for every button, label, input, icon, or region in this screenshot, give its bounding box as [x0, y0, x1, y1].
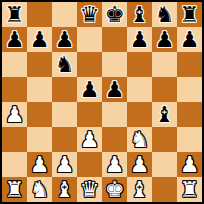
square-b8[interactable] [27, 2, 52, 27]
square-a1[interactable]: ♜ [2, 177, 27, 202]
square-f6[interactable] [127, 52, 152, 77]
square-a8[interactable]: ♜ [2, 2, 27, 27]
square-g3[interactable] [152, 127, 177, 152]
black-pawn: ♟ [130, 27, 150, 52]
square-f3[interactable]: ♞ [127, 127, 152, 152]
white-pawn: ♟ [105, 152, 125, 177]
square-g4[interactable]: ♝ [152, 102, 177, 127]
white-bishop: ♝ [55, 177, 75, 202]
white-pawn: ♟ [80, 127, 100, 152]
square-f5[interactable] [127, 77, 152, 102]
square-h1[interactable]: ♜ [177, 177, 202, 202]
square-f7[interactable]: ♟ [127, 27, 152, 52]
square-b7[interactable]: ♟ [27, 27, 52, 52]
white-rook: ♜ [180, 177, 200, 202]
square-e3[interactable] [102, 127, 127, 152]
square-e8[interactable]: ♚ [102, 2, 127, 27]
square-d3[interactable]: ♟ [77, 127, 102, 152]
white-knight: ♞ [130, 127, 150, 152]
square-g7[interactable]: ♟ [152, 27, 177, 52]
white-king: ♚ [105, 177, 125, 202]
white-pawn: ♟ [30, 152, 50, 177]
square-d4[interactable] [77, 102, 102, 127]
square-h6[interactable] [177, 52, 202, 77]
black-rook: ♜ [5, 2, 25, 27]
square-c5[interactable] [52, 77, 77, 102]
white-pawn: ♟ [5, 102, 25, 127]
square-h3[interactable] [177, 127, 202, 152]
white-rook: ♜ [5, 177, 25, 202]
black-pawn: ♟ [105, 77, 125, 102]
white-pawn: ♟ [130, 152, 150, 177]
square-b5[interactable] [27, 77, 52, 102]
square-c6[interactable]: ♞ [52, 52, 77, 77]
chess-board-frame: ♜♛♚♝♞♜♟♟♟♟♟♟♞♟♟♟♝♟♞♟♟♟♟♟♜♞♝♛♚♝♜ [0, 0, 204, 204]
square-d5[interactable]: ♟ [77, 77, 102, 102]
white-pawn: ♟ [180, 152, 200, 177]
square-a6[interactable] [2, 52, 27, 77]
white-pawn: ♟ [55, 152, 75, 177]
black-queen: ♛ [80, 2, 100, 27]
square-e7[interactable] [102, 27, 127, 52]
square-g2[interactable] [152, 152, 177, 177]
square-d2[interactable] [77, 152, 102, 177]
square-e6[interactable] [102, 52, 127, 77]
square-a2[interactable] [2, 152, 27, 177]
square-b4[interactable] [27, 102, 52, 127]
square-g1[interactable] [152, 177, 177, 202]
black-rook: ♜ [180, 2, 200, 27]
chess-board: ♜♛♚♝♞♜♟♟♟♟♟♟♞♟♟♟♝♟♞♟♟♟♟♟♜♞♝♛♚♝♜ [0, 0, 204, 204]
black-pawn: ♟ [5, 27, 25, 52]
square-c3[interactable] [52, 127, 77, 152]
black-pawn: ♟ [55, 27, 75, 52]
white-knight: ♞ [30, 177, 50, 202]
square-f4[interactable] [127, 102, 152, 127]
square-h4[interactable] [177, 102, 202, 127]
black-king: ♚ [105, 2, 125, 27]
square-d8[interactable]: ♛ [77, 2, 102, 27]
square-e4[interactable] [102, 102, 127, 127]
square-g5[interactable] [152, 77, 177, 102]
square-b2[interactable]: ♟ [27, 152, 52, 177]
square-c4[interactable] [52, 102, 77, 127]
square-a4[interactable]: ♟ [2, 102, 27, 127]
square-f8[interactable]: ♝ [127, 2, 152, 27]
black-knight: ♞ [155, 2, 175, 27]
black-bishop: ♝ [130, 2, 150, 27]
square-a7[interactable]: ♟ [2, 27, 27, 52]
square-e1[interactable]: ♚ [102, 177, 127, 202]
black-bishop: ♝ [155, 102, 175, 127]
square-g6[interactable] [152, 52, 177, 77]
square-h5[interactable] [177, 77, 202, 102]
black-knight: ♞ [55, 52, 75, 77]
square-b6[interactable] [27, 52, 52, 77]
square-b1[interactable]: ♞ [27, 177, 52, 202]
square-c8[interactable] [52, 2, 77, 27]
square-f2[interactable]: ♟ [127, 152, 152, 177]
square-c7[interactable]: ♟ [52, 27, 77, 52]
square-h2[interactable]: ♟ [177, 152, 202, 177]
white-queen: ♛ [80, 177, 100, 202]
square-e2[interactable]: ♟ [102, 152, 127, 177]
square-d6[interactable] [77, 52, 102, 77]
black-pawn: ♟ [30, 27, 50, 52]
black-pawn: ♟ [180, 27, 200, 52]
square-b3[interactable] [27, 127, 52, 152]
square-f1[interactable]: ♝ [127, 177, 152, 202]
square-d1[interactable]: ♛ [77, 177, 102, 202]
square-e5[interactable]: ♟ [102, 77, 127, 102]
square-h8[interactable]: ♜ [177, 2, 202, 27]
square-a5[interactable] [2, 77, 27, 102]
square-a3[interactable] [2, 127, 27, 152]
square-h7[interactable]: ♟ [177, 27, 202, 52]
square-d7[interactable] [77, 27, 102, 52]
black-pawn: ♟ [155, 27, 175, 52]
square-c2[interactable]: ♟ [52, 152, 77, 177]
black-pawn: ♟ [80, 77, 100, 102]
square-c1[interactable]: ♝ [52, 177, 77, 202]
white-bishop: ♝ [130, 177, 150, 202]
square-g8[interactable]: ♞ [152, 2, 177, 27]
